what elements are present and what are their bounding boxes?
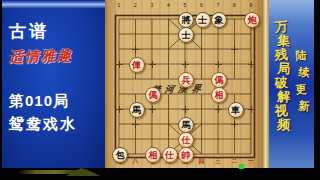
point-marker (116, 106, 123, 113)
caption-char: 续 (298, 65, 310, 83)
file-label-top: 6 (197, 2, 207, 8)
game-number: 第010局 (9, 92, 69, 111)
caption-char: 解 (277, 88, 291, 103)
caption-char: 陆 (295, 48, 307, 66)
point-marker (132, 121, 139, 128)
right-black-strip (314, 0, 320, 180)
file-label-top: 4 (164, 2, 174, 8)
file-label-top: 1 (114, 2, 124, 8)
file-label-top: 3 (147, 2, 157, 8)
file-label-bottom: 三 (212, 157, 224, 166)
caption-char: 频 (277, 116, 291, 131)
left-title-panel: 古谱 适情雅趣 第010局 鸳鸯戏水 (2, 0, 105, 170)
file-label-bottom: 八 (130, 157, 142, 166)
file-label-top: 7 (213, 2, 223, 8)
piece-象[interactable]: 象 (211, 12, 227, 28)
point-marker (215, 106, 222, 113)
file-label-top: 8 (230, 2, 240, 8)
piece-帥[interactable]: 帥 (178, 147, 194, 163)
point-marker (182, 61, 189, 68)
caption-char: 破 (274, 74, 288, 89)
piece-相[interactable]: 相 (211, 87, 227, 103)
puzzle-name: 鸳鸯戏水 (9, 115, 77, 134)
piece-馬[interactable]: 馬 (129, 102, 145, 118)
point-marker (149, 106, 156, 113)
point-marker (231, 46, 238, 53)
point-marker (182, 106, 189, 113)
point-marker (248, 61, 255, 68)
piece-傌[interactable]: 傌 (145, 87, 161, 103)
piece-俥[interactable]: 俥 (129, 57, 145, 73)
green-marker-dot (239, 164, 244, 169)
piece-士[interactable]: 士 (178, 27, 194, 43)
caption-char: 新 (298, 99, 310, 117)
piece-包[interactable]: 包 (112, 147, 128, 163)
piece-相[interactable]: 相 (145, 147, 161, 163)
point-marker (231, 121, 238, 128)
piece-將[interactable]: 將 (178, 12, 194, 28)
right-caption-panel: 万集残局破解视频 陆续更新 (269, 0, 314, 170)
piece-仕[interactable]: 仕 (178, 132, 194, 148)
series-title: 古谱 (9, 20, 49, 43)
caption-sub: 陆续更新 (297, 48, 308, 116)
caption-char: 视 (274, 102, 288, 117)
point-marker (215, 61, 222, 68)
xiangqi-board[interactable]: 楚河漢界 123456789九八七六五四三二一將士象炮士俥兵傌傌相馬車馬仕包相仕… (105, 0, 263, 170)
piece-仕[interactable]: 仕 (162, 147, 178, 163)
piece-炮[interactable]: 炮 (244, 12, 260, 28)
point-marker (132, 46, 139, 53)
book-title: 适情雅趣 (9, 47, 74, 67)
caption-char: 残 (274, 46, 288, 61)
piece-兵[interactable]: 兵 (178, 72, 194, 88)
file-label-bottom: 一 (245, 157, 257, 166)
point-marker (116, 61, 123, 68)
piece-馬[interactable]: 馬 (178, 117, 194, 133)
caption-char: 局 (277, 60, 291, 75)
point-marker (149, 61, 156, 68)
piece-士[interactable]: 士 (195, 12, 211, 28)
title-panel-topbar (2, 0, 105, 8)
video-frame: 古谱 适情雅趣 第010局 鸳鸯戏水 楚河漢界 123456789九八七六五四三… (0, 0, 320, 180)
file-label-top: 9 (246, 2, 256, 8)
file-label-top: 5 (180, 2, 190, 8)
table-edge-bar (0, 168, 320, 180)
point-marker (248, 106, 255, 113)
caption-char: 集 (277, 32, 291, 47)
file-label-top: 2 (131, 2, 141, 8)
caption-char: 万 (274, 18, 288, 33)
caption-main: 万集残局破解视频 (276, 18, 289, 130)
file-label-bottom: 四 (196, 157, 208, 166)
piece-車[interactable]: 車 (228, 102, 244, 118)
piece-傌[interactable]: 傌 (211, 72, 227, 88)
caption-char: 更 (295, 82, 307, 100)
